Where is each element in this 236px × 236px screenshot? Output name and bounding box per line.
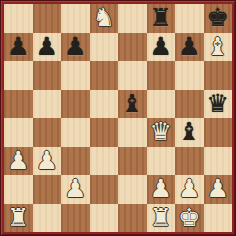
square-g8[interactable]	[175, 4, 204, 33]
piece-black-bishop[interactable]: ♝	[178, 118, 200, 146]
piece-black-pawn[interactable]: ♟	[64, 33, 86, 61]
square-e8[interactable]	[118, 4, 147, 33]
piece-black-rook[interactable]: ♜	[150, 4, 172, 32]
square-h1[interactable]	[204, 204, 233, 233]
piece-black-queen[interactable]: ♛	[207, 90, 229, 118]
square-c5[interactable]	[61, 90, 90, 119]
square-b4[interactable]	[33, 118, 62, 147]
square-f8[interactable]: ♜	[147, 4, 176, 33]
square-g4[interactable]: ♝	[175, 118, 204, 147]
piece-white-knight[interactable]: ♞	[93, 4, 115, 32]
square-f6[interactable]	[147, 61, 176, 90]
square-b7[interactable]: ♟	[33, 33, 62, 62]
piece-white-queen[interactable]: ♛	[150, 118, 172, 146]
square-g7[interactable]: ♟	[175, 33, 204, 62]
square-c3[interactable]	[61, 147, 90, 176]
square-b2[interactable]	[33, 175, 62, 204]
piece-white-pawn[interactable]: ♟	[7, 147, 29, 175]
square-c6[interactable]	[61, 61, 90, 90]
square-c7[interactable]: ♟	[61, 33, 90, 62]
square-d2[interactable]	[90, 175, 119, 204]
square-e4[interactable]	[118, 118, 147, 147]
square-e6[interactable]	[118, 61, 147, 90]
chess-board: ♞♜♚♟♟♟♟♟♝♝♛♛♝♟♟♟♟♟♟♜♜♚	[4, 4, 232, 232]
piece-white-pawn[interactable]: ♟	[150, 175, 172, 203]
piece-white-rook[interactable]: ♜	[150, 204, 172, 232]
square-h5[interactable]: ♛	[204, 90, 233, 119]
square-d1[interactable]	[90, 204, 119, 233]
piece-black-bishop[interactable]: ♝	[121, 90, 143, 118]
square-h3[interactable]	[204, 147, 233, 176]
piece-black-pawn[interactable]: ♟	[178, 33, 200, 61]
square-e1[interactable]	[118, 204, 147, 233]
piece-black-pawn[interactable]: ♟	[36, 33, 58, 61]
chess-board-frame: ♞♜♚♟♟♟♟♟♝♝♛♛♝♟♟♟♟♟♟♜♜♚	[0, 0, 236, 236]
square-d6[interactable]	[90, 61, 119, 90]
square-a2[interactable]	[4, 175, 33, 204]
square-g1[interactable]: ♚	[175, 204, 204, 233]
square-e5[interactable]: ♝	[118, 90, 147, 119]
square-b8[interactable]	[33, 4, 62, 33]
piece-white-pawn[interactable]: ♟	[64, 175, 86, 203]
square-d8[interactable]: ♞	[90, 4, 119, 33]
square-a5[interactable]	[4, 90, 33, 119]
piece-white-bishop[interactable]: ♝	[207, 33, 229, 61]
square-c2[interactable]: ♟	[61, 175, 90, 204]
square-f2[interactable]: ♟	[147, 175, 176, 204]
square-d3[interactable]	[90, 147, 119, 176]
square-h2[interactable]: ♟	[204, 175, 233, 204]
square-e3[interactable]	[118, 147, 147, 176]
square-b6[interactable]	[33, 61, 62, 90]
piece-black-king[interactable]: ♚	[207, 4, 229, 32]
square-d5[interactable]	[90, 90, 119, 119]
piece-white-pawn[interactable]: ♟	[178, 175, 200, 203]
square-h4[interactable]	[204, 118, 233, 147]
square-f1[interactable]: ♜	[147, 204, 176, 233]
square-h8[interactable]: ♚	[204, 4, 233, 33]
square-a4[interactable]	[4, 118, 33, 147]
square-e2[interactable]	[118, 175, 147, 204]
square-b3[interactable]: ♟	[33, 147, 62, 176]
piece-black-pawn[interactable]: ♟	[150, 33, 172, 61]
piece-white-king[interactable]: ♚	[178, 204, 200, 232]
square-f3[interactable]	[147, 147, 176, 176]
square-e7[interactable]	[118, 33, 147, 62]
square-f5[interactable]	[147, 90, 176, 119]
square-g3[interactable]	[175, 147, 204, 176]
square-g5[interactable]	[175, 90, 204, 119]
square-a1[interactable]: ♜	[4, 204, 33, 233]
square-d7[interactable]	[90, 33, 119, 62]
square-c1[interactable]	[61, 204, 90, 233]
square-b5[interactable]	[33, 90, 62, 119]
piece-white-pawn[interactable]: ♟	[36, 147, 58, 175]
square-g6[interactable]	[175, 61, 204, 90]
square-b1[interactable]	[33, 204, 62, 233]
square-c4[interactable]	[61, 118, 90, 147]
square-f7[interactable]: ♟	[147, 33, 176, 62]
piece-white-rook[interactable]: ♜	[7, 204, 29, 232]
square-a6[interactable]	[4, 61, 33, 90]
square-h6[interactable]	[204, 61, 233, 90]
square-a8[interactable]	[4, 4, 33, 33]
square-g2[interactable]: ♟	[175, 175, 204, 204]
square-h7[interactable]: ♝	[204, 33, 233, 62]
square-a3[interactable]: ♟	[4, 147, 33, 176]
square-f4[interactable]: ♛	[147, 118, 176, 147]
piece-white-pawn[interactable]: ♟	[207, 175, 229, 203]
square-c8[interactable]	[61, 4, 90, 33]
square-a7[interactable]: ♟	[4, 33, 33, 62]
square-d4[interactable]	[90, 118, 119, 147]
piece-black-pawn[interactable]: ♟	[7, 33, 29, 61]
